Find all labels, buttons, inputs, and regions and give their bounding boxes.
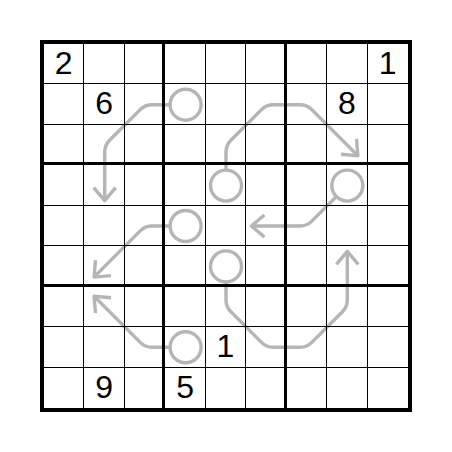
cell-r4c8[interactable]: [327, 165, 367, 205]
given-digit: 1: [217, 330, 235, 362]
cell-r5c8[interactable]: [327, 206, 367, 246]
cell-r7c5[interactable]: [206, 287, 246, 327]
cell-r6c5[interactable]: [206, 246, 246, 286]
cell-r7c2[interactable]: [84, 287, 124, 327]
cell-r9c9[interactable]: [368, 368, 408, 408]
cell-r4c6[interactable]: [246, 165, 286, 205]
cell-r2c7[interactable]: [287, 84, 327, 124]
cell-r8c4[interactable]: [165, 327, 205, 367]
cell-r6c6[interactable]: [246, 246, 286, 286]
cell-r2c3[interactable]: [125, 84, 165, 124]
cell-r6c7[interactable]: [287, 246, 327, 286]
cell-r5c3[interactable]: [125, 206, 165, 246]
cell-r9c4[interactable]: 5: [165, 368, 205, 408]
cell-r5c5[interactable]: [206, 206, 246, 246]
cell-r4c5[interactable]: [206, 165, 246, 205]
cell-r5c1[interactable]: [44, 206, 84, 246]
cell-r1c1[interactable]: 2: [44, 44, 84, 84]
cell-r3c1[interactable]: [44, 125, 84, 165]
cell-r8c6[interactable]: [246, 327, 286, 367]
cell-r7c4[interactable]: [165, 287, 205, 327]
cell-r2c2[interactable]: 6: [84, 84, 124, 124]
cell-r5c4[interactable]: [165, 206, 205, 246]
cell-r8c2[interactable]: [84, 327, 124, 367]
cell-r3c4[interactable]: [165, 125, 205, 165]
cell-r9c8[interactable]: [327, 368, 367, 408]
cell-r7c6[interactable]: [246, 287, 286, 327]
cell-r7c1[interactable]: [44, 287, 84, 327]
cell-r4c4[interactable]: [165, 165, 205, 205]
cell-r8c7[interactable]: [287, 327, 327, 367]
cell-r7c8[interactable]: [327, 287, 367, 327]
cell-r9c5[interactable]: [206, 368, 246, 408]
cell-r5c7[interactable]: [287, 206, 327, 246]
cell-r6c1[interactable]: [44, 246, 84, 286]
cell-r6c9[interactable]: [368, 246, 408, 286]
cell-r1c9[interactable]: 1: [368, 44, 408, 84]
cell-r3c6[interactable]: [246, 125, 286, 165]
cell-r5c9[interactable]: [368, 206, 408, 246]
cell-r8c5[interactable]: 1: [206, 327, 246, 367]
cell-r1c4[interactable]: [165, 44, 205, 84]
cell-r5c2[interactable]: [84, 206, 124, 246]
cell-r4c2[interactable]: [84, 165, 124, 205]
cell-r3c7[interactable]: [287, 125, 327, 165]
cell-r8c9[interactable]: [368, 327, 408, 367]
given-digit: 6: [95, 87, 113, 119]
cell-r4c9[interactable]: [368, 165, 408, 205]
cell-r9c1[interactable]: [44, 368, 84, 408]
cell-r1c3[interactable]: [125, 44, 165, 84]
given-digit: 1: [379, 47, 397, 79]
cell-r1c5[interactable]: [206, 44, 246, 84]
cell-r2c6[interactable]: [246, 84, 286, 124]
cell-r9c6[interactable]: [246, 368, 286, 408]
cell-r1c7[interactable]: [287, 44, 327, 84]
cell-r4c3[interactable]: [125, 165, 165, 205]
sudoku-board: 2168195: [40, 40, 412, 412]
cell-r7c3[interactable]: [125, 287, 165, 327]
cell-r1c6[interactable]: [246, 44, 286, 84]
cell-r6c4[interactable]: [165, 246, 205, 286]
cell-r1c2[interactable]: [84, 44, 124, 84]
cell-r9c2[interactable]: 9: [84, 368, 124, 408]
cell-r8c8[interactable]: [327, 327, 367, 367]
cell-r3c8[interactable]: [327, 125, 367, 165]
cell-r8c3[interactable]: [125, 327, 165, 367]
cell-r1c8[interactable]: [327, 44, 367, 84]
cell-r2c4[interactable]: [165, 84, 205, 124]
puzzle-page: { "game": "Arrow Sudoku", "grid": {"rows…: [0, 0, 452, 452]
cell-r2c9[interactable]: [368, 84, 408, 124]
given-digit: 9: [95, 371, 113, 403]
cell-r4c1[interactable]: [44, 165, 84, 205]
cell-r9c7[interactable]: [287, 368, 327, 408]
cell-r7c9[interactable]: [368, 287, 408, 327]
cell-r9c3[interactable]: [125, 368, 165, 408]
cell-r6c2[interactable]: [84, 246, 124, 286]
cell-r4c7[interactable]: [287, 165, 327, 205]
given-digit: 8: [338, 87, 356, 119]
cell-r7c7[interactable]: [287, 287, 327, 327]
given-digit: 5: [176, 371, 194, 403]
cell-r8c1[interactable]: [44, 327, 84, 367]
cell-r5c6[interactable]: [246, 206, 286, 246]
cell-r3c5[interactable]: [206, 125, 246, 165]
sudoku-board-cells: 2168195: [44, 44, 408, 408]
cell-r2c8[interactable]: 8: [327, 84, 367, 124]
cell-r2c1[interactable]: [44, 84, 84, 124]
given-digit: 2: [55, 47, 73, 79]
cell-r6c3[interactable]: [125, 246, 165, 286]
cell-r3c2[interactable]: [84, 125, 124, 165]
cell-r6c8[interactable]: [327, 246, 367, 286]
cell-r3c9[interactable]: [368, 125, 408, 165]
cell-r3c3[interactable]: [125, 125, 165, 165]
cell-r2c5[interactable]: [206, 84, 246, 124]
